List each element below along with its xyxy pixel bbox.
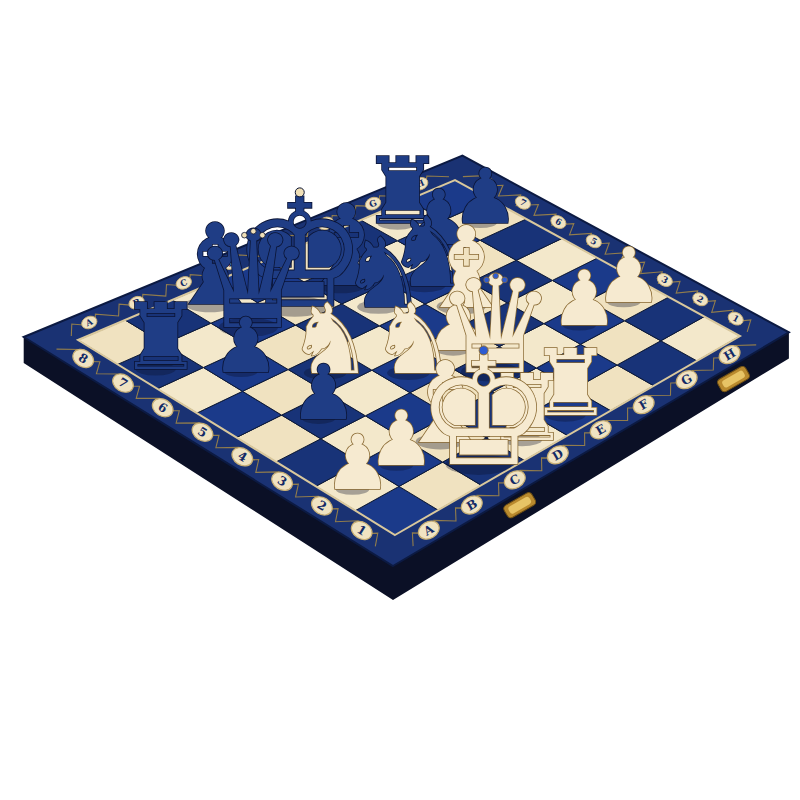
- blue-queen-coronet-ball: [251, 228, 257, 234]
- pawn-glyph: ♟: [212, 301, 280, 390]
- white-king-finial: [479, 346, 488, 355]
- piece-blue-rook-a7[interactable]: ♜: [119, 284, 201, 391]
- rook-glyph: ♜: [119, 284, 201, 391]
- piece-white-pawn-a2[interactable]: ♟: [323, 418, 391, 507]
- white-queen-coronet-ball: [493, 273, 499, 279]
- blue-queen-coronet-ball: [260, 232, 266, 238]
- piece-blue-pawn-b6[interactable]: ♟: [212, 301, 280, 390]
- blue-queen-coronet-ball: [242, 232, 248, 238]
- piece-white-king-c1[interactable]: ♚: [416, 325, 550, 499]
- pawn-glyph: ♟: [323, 418, 391, 507]
- white-queen-coronet-ball: [502, 277, 508, 283]
- chess-board: A1A1B2B2C3C3D4D4E5E5F6F6G7G7H8H8♟♜♟♝♞♟♝♚…: [0, 0, 800, 800]
- blue-king-finial: [295, 188, 304, 197]
- white-queen-coronet-ball: [484, 277, 490, 283]
- chess-set-photo: A1A1B2B2C3C3D4D4E5E5F6F6G7G7H8H8♟♜♟♝♞♟♝♚…: [0, 0, 800, 800]
